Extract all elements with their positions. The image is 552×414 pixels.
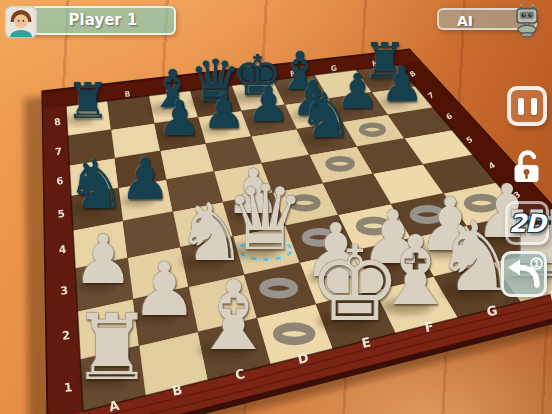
player-avatar-icon[interactable] — [5, 6, 37, 38]
undo-count-badge: 1 — [533, 259, 539, 269]
game-stage: AABBCCDDEEFFGGHH1122334455667788 ♜♝♛♚♝♜♟… — [0, 0, 552, 414]
piece-c1-white-bishop[interactable]: ♝ — [190, 268, 276, 364]
piece-d3-white-queen[interactable]: ♛ — [225, 173, 306, 263]
piece-e7-black-pawn[interactable]: ♟ — [247, 80, 290, 128]
piece-c7-black-pawn[interactable]: ♟ — [158, 93, 201, 141]
rank-label-3-left: 3 — [60, 284, 69, 298]
robot-avatar-icon[interactable] — [508, 2, 546, 40]
undo-button[interactable]: 1 — [501, 251, 547, 297]
piece-d7-black-pawn[interactable]: ♟ — [203, 87, 246, 135]
rank-label-6-left: 6 — [56, 175, 64, 187]
piece-f6-black-knight[interactable]: ♞ — [298, 85, 354, 147]
view-2d-label: 2D — [509, 209, 545, 238]
unlocked-padlock-icon — [507, 147, 547, 187]
piece-a1-white-rook[interactable]: ♜ — [71, 302, 153, 393]
lock-button[interactable] — [507, 147, 547, 187]
rank-label-5-left: 5 — [57, 207, 65, 220]
undo-arrow-icon: 1 — [504, 254, 544, 294]
square-b8[interactable] — [107, 96, 154, 130]
rank-label-2-left: 2 — [61, 328, 70, 343]
ai-name: AI — [457, 13, 473, 29]
rank-label-7-left: 7 — [55, 146, 63, 158]
piece-a5-black-knight[interactable]: ♞ — [66, 152, 126, 219]
pause-button[interactable] — [507, 86, 547, 126]
piece-h7-black-pawn[interactable]: ♟ — [381, 60, 424, 108]
rank-label-4-left: 4 — [58, 243, 67, 257]
piece-a8-black-rook[interactable]: ♜ — [66, 77, 110, 126]
pause-icon — [518, 98, 524, 115]
piece-a3-white-pawn[interactable]: ♟ — [73, 226, 134, 294]
view-2d-button[interactable]: 2D — [505, 201, 549, 245]
piece-b5-black-pawn[interactable]: ♟ — [119, 151, 170, 208]
player1-badge: Player 1 — [30, 6, 176, 35]
player1-name: Player 1 — [69, 11, 138, 29]
